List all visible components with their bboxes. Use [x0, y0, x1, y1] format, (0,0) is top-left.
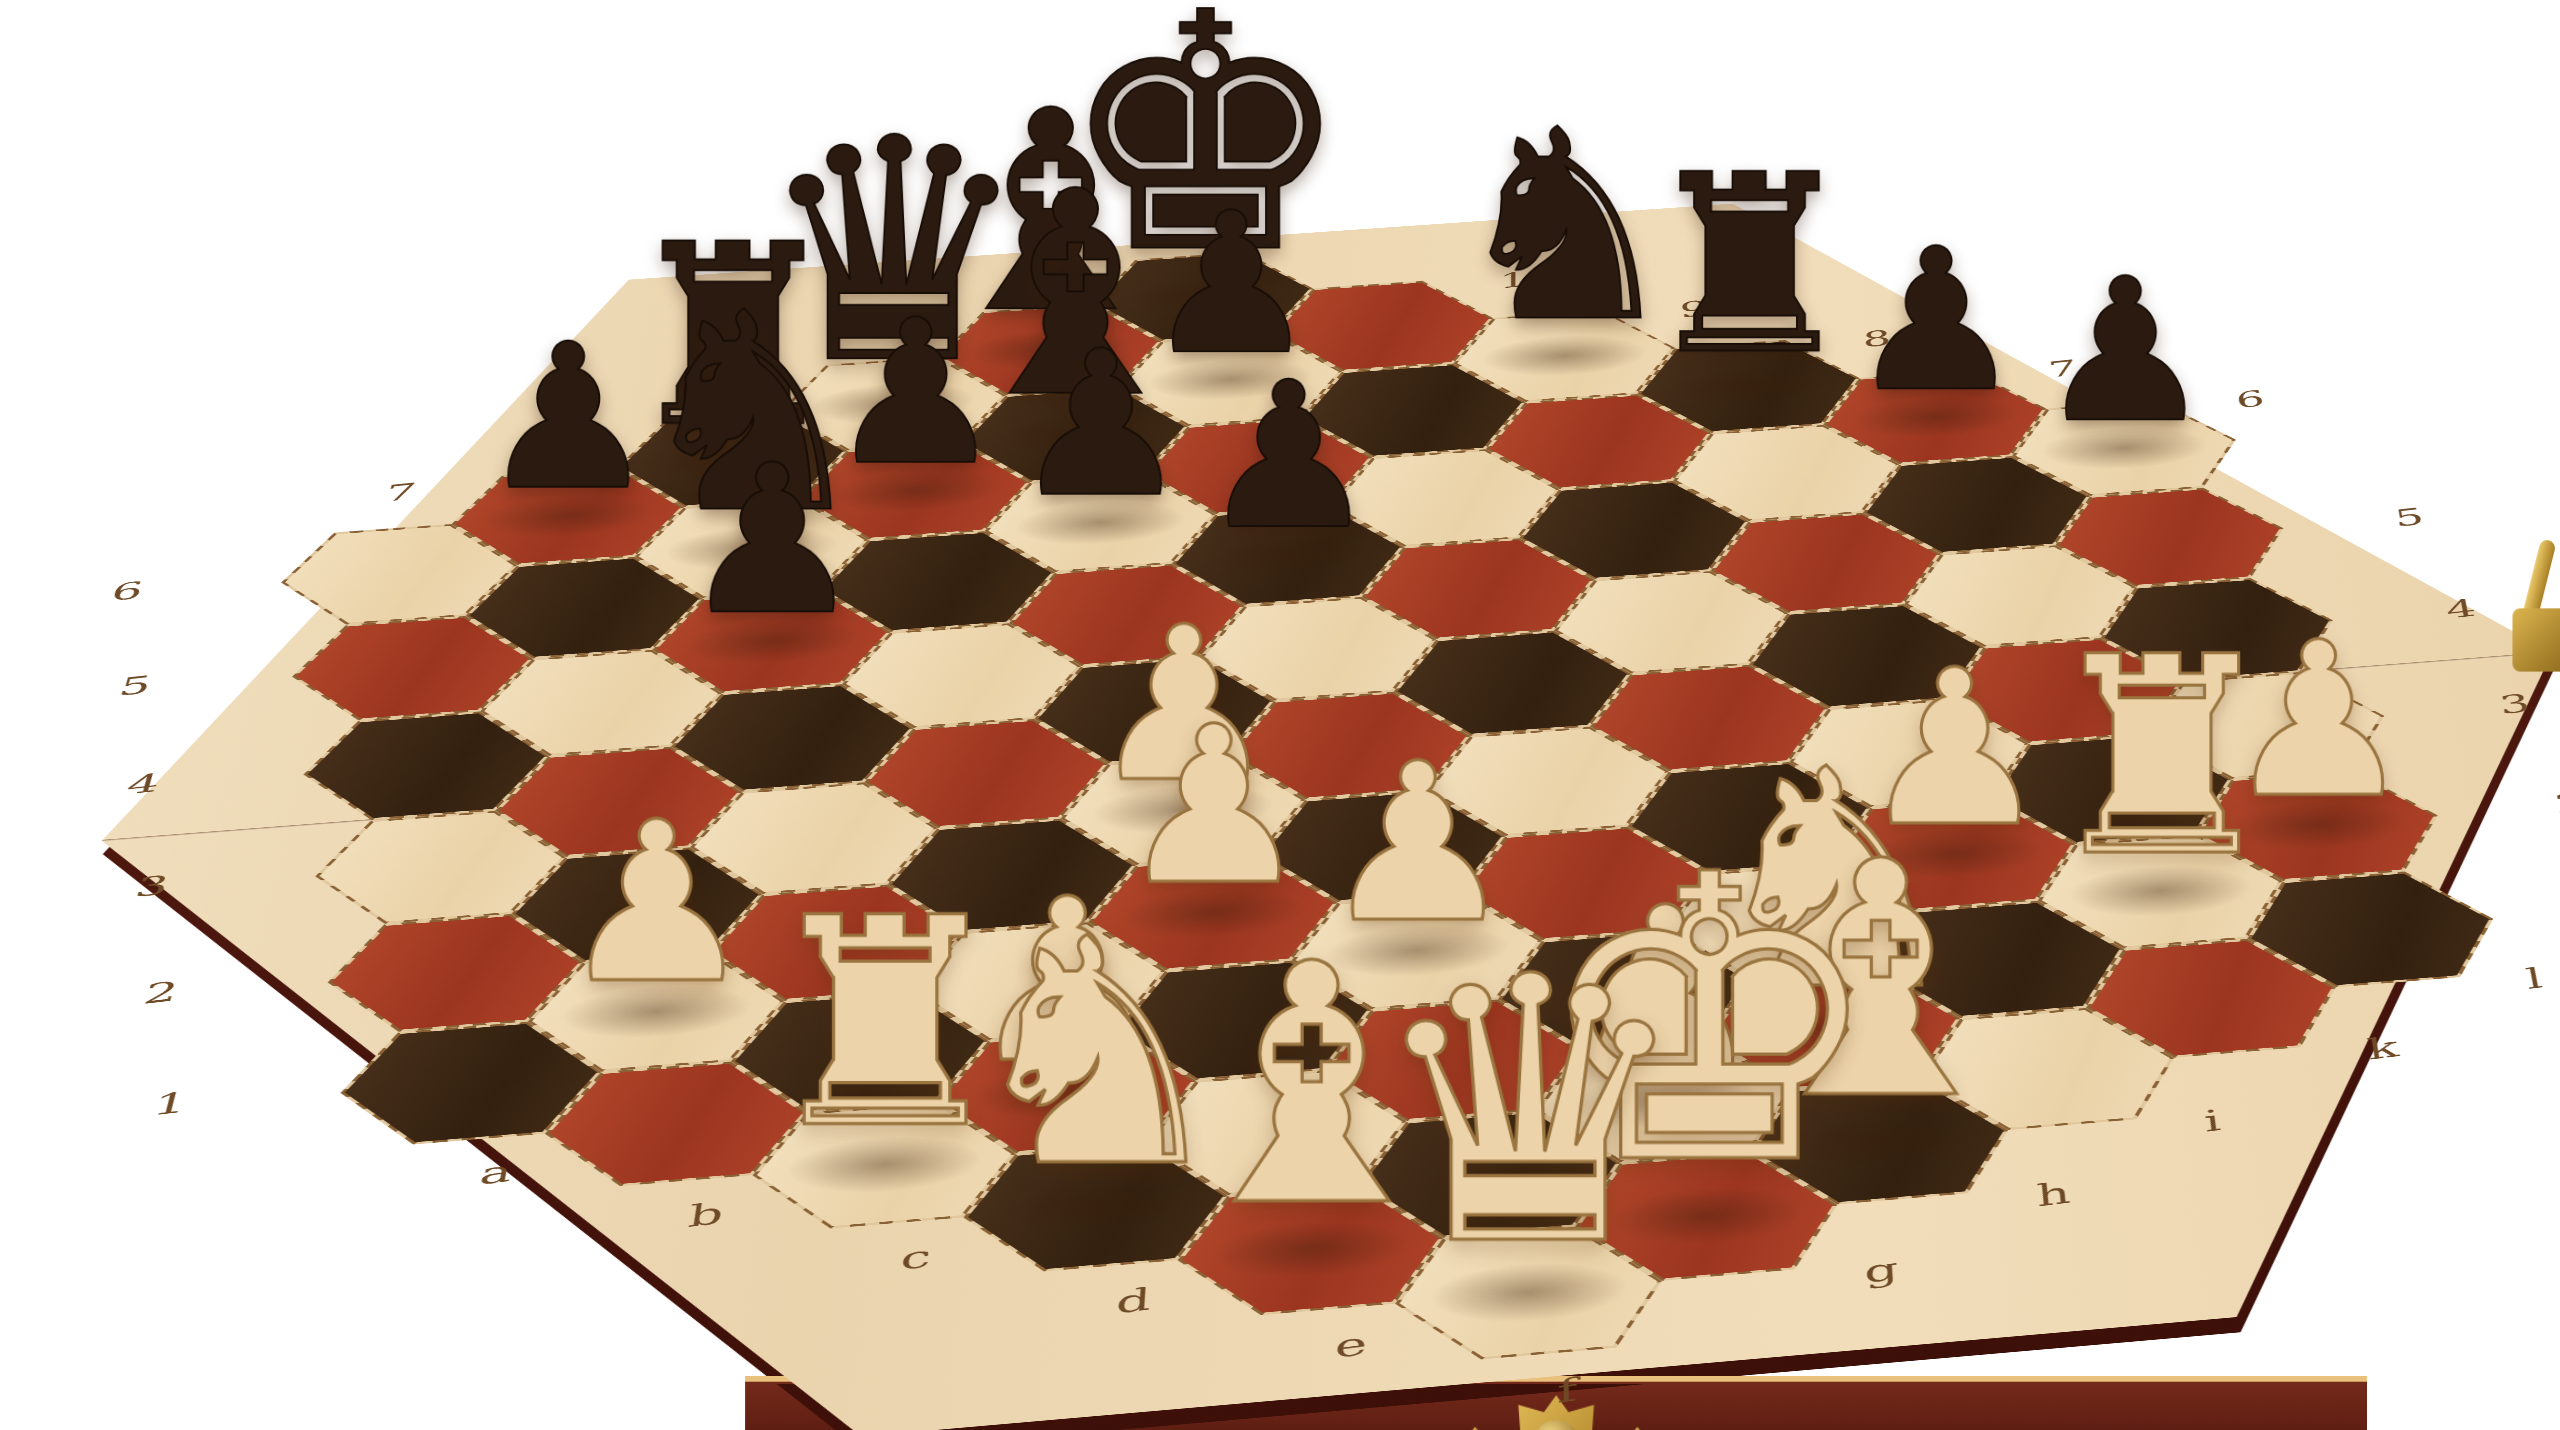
side-clasp-body — [2512, 608, 2560, 671]
board-plane: 123456789101110987654321abcdefghikl♚♛♜♜♝… — [0, 128, 2560, 1430]
rank-label-right-2: 2 — [2543, 790, 2560, 818]
file-label-l: l — [2513, 965, 2547, 993]
photo-canvas: 123456789101110987654321abcdefghikl♚♛♜♜♝… — [0, 0, 2560, 1430]
file-label-a: a — [472, 1158, 512, 1190]
rank-label-left-6: 6 — [105, 579, 141, 604]
clasp-boss — [1534, 1420, 1579, 1430]
rank-label-upperleft-7: 7 — [378, 481, 414, 505]
file-label-k: k — [2355, 1034, 2403, 1064]
board-scene: 123456789101110987654321abcdefghikl♚♛♜♜♝… — [0, 0, 2560, 1430]
white-queen-glyph[interactable]: ♛ — [1352, 929, 1707, 1295]
rank-label-left-5: 5 — [113, 673, 150, 699]
side-brass-clasp — [2503, 539, 2560, 687]
rank-label-right-5: 5 — [2383, 505, 2427, 530]
file-label-f: f — [1546, 1375, 1580, 1408]
clasp-center-plate — [1509, 1395, 1604, 1430]
rank-label-left-2: 2 — [137, 978, 176, 1008]
rank-label-left-4: 4 — [120, 771, 158, 799]
rank-label-left-1: 1 — [146, 1089, 186, 1120]
